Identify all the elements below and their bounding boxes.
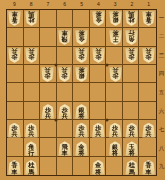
piece-kanji: 歩: [129, 55, 135, 61]
piece-kanji: 将: [79, 113, 85, 119]
file-label: 5: [73, 0, 90, 9]
piece-kanji: 兵: [95, 48, 101, 54]
file-label: 4: [90, 0, 107, 9]
board-square[interactable]: [7, 102, 24, 120]
board-square[interactable]: [40, 28, 57, 46]
star-point: [105, 119, 108, 122]
board-square[interactable]: [90, 102, 107, 120]
board-square[interactable]: [24, 83, 41, 101]
piece-kanji: 兵: [129, 131, 135, 137]
file-label: 9: [6, 0, 23, 9]
rank-label: 七: [158, 120, 165, 139]
board-square[interactable]: [57, 83, 74, 101]
piece-kanji: 馬: [28, 11, 34, 17]
board-square[interactable]: [57, 120, 74, 138]
board-square[interactable]: [40, 120, 57, 138]
board-square[interactable]: [139, 102, 156, 120]
piece-kanji: 兵: [62, 67, 68, 73]
piece-kanji: 兵: [28, 131, 34, 137]
file-label: 8: [23, 0, 40, 9]
piece-kanji: 角: [129, 36, 135, 42]
piece-kanji: 兵: [146, 48, 152, 54]
board-square[interactable]: [40, 157, 57, 175]
board-square[interactable]: [106, 83, 123, 101]
piece-kanji: 馬: [129, 169, 135, 175]
piece-kanji: 兵: [112, 67, 118, 73]
piece-kanji: 香: [146, 17, 152, 23]
piece-kanji: 香: [11, 17, 17, 23]
piece-kanji: 行: [129, 30, 135, 36]
piece-kanji: 飛: [62, 36, 68, 42]
rank-label: 四: [158, 65, 165, 84]
board-square[interactable]: [40, 47, 57, 65]
board-square[interactable]: [7, 138, 24, 156]
piece-kanji: 歩: [62, 73, 68, 79]
piece-kanji: 兵: [28, 48, 34, 54]
piece-kanji: 将: [79, 67, 85, 73]
piece-kanji: 車: [146, 169, 152, 175]
piece-kanji: 金: [95, 17, 101, 23]
file-label: 2: [123, 0, 140, 9]
piece-kanji: 桂: [28, 17, 34, 23]
piece-kanji: 馬: [129, 11, 135, 17]
piece-kanji: 兵: [45, 67, 51, 73]
board-square[interactable]: [7, 28, 24, 46]
piece-kanji: 銀: [112, 17, 118, 23]
piece-kanji: 兵: [11, 131, 17, 137]
piece-kanji: 将: [129, 150, 135, 156]
board-square[interactable]: [123, 83, 140, 101]
board-square[interactable]: [73, 10, 90, 28]
piece-kanji: 将: [112, 30, 118, 36]
piece-kanji: 歩: [11, 55, 17, 61]
board-square[interactable]: [57, 157, 74, 175]
board-square[interactable]: [57, 10, 74, 28]
piece-kanji: 行: [28, 150, 34, 156]
board-square[interactable]: [24, 102, 41, 120]
piece-kanji: 将: [79, 30, 85, 36]
piece-kanji: 将: [95, 169, 101, 175]
board-square[interactable]: [106, 102, 123, 120]
piece-kanji: 歩: [95, 55, 101, 61]
board-square[interactable]: [139, 65, 156, 83]
piece-kanji: 桂: [129, 17, 135, 23]
board-square[interactable]: [40, 138, 57, 156]
rank-label: 九: [158, 158, 165, 177]
piece-kanji: 車: [62, 30, 68, 36]
star-point: [105, 63, 108, 66]
board-square[interactable]: [7, 83, 24, 101]
piece-kanji: 兵: [11, 48, 17, 54]
file-labels: 987654321: [6, 0, 157, 9]
star-point: [55, 119, 58, 122]
piece-kanji: 兵: [112, 131, 118, 137]
piece-kanji: 車: [62, 150, 68, 156]
rank-label: 八: [158, 139, 165, 158]
board-square[interactable]: [40, 10, 57, 28]
piece-kanji: 歩: [112, 73, 118, 79]
piece-kanji: 歩: [146, 55, 152, 61]
piece-kanji: 銀: [79, 73, 85, 79]
rank-label: 六: [158, 102, 165, 121]
file-label: 1: [140, 0, 157, 9]
board-square[interactable]: [123, 102, 140, 120]
piece-kanji: 兵: [45, 113, 51, 119]
board-square[interactable]: [106, 47, 123, 65]
file-label: 3: [107, 0, 124, 9]
piece-kanji: 兵: [62, 113, 68, 119]
board-square[interactable]: [40, 83, 57, 101]
board-square[interactable]: [90, 28, 107, 46]
board-square[interactable]: [73, 157, 90, 175]
piece-kanji: 将: [112, 11, 118, 17]
board-square[interactable]: [90, 83, 107, 101]
board-square[interactable]: [90, 138, 107, 156]
rank-label: 三: [158, 46, 165, 65]
board-square[interactable]: [90, 65, 107, 83]
piece-kanji: 兵: [146, 131, 152, 137]
board-square[interactable]: [139, 138, 156, 156]
piece-kanji: 歩: [28, 55, 34, 61]
rank-label: 五: [158, 83, 165, 102]
board-square[interactable]: [7, 65, 24, 83]
piece-kanji: 兵: [79, 48, 85, 54]
board-square[interactable]: [139, 83, 156, 101]
rank-label: 一: [158, 9, 165, 28]
piece-kanji: 王: [112, 36, 118, 42]
board-square[interactable]: [139, 28, 156, 46]
board-square[interactable]: [106, 157, 123, 175]
board-square[interactable]: [73, 83, 90, 101]
piece-kanji: 兵: [79, 131, 85, 137]
board-square[interactable]: [57, 47, 74, 65]
star-point: [55, 63, 58, 66]
piece-kanji: 将: [112, 150, 118, 156]
piece-kanji: 馬: [28, 169, 34, 175]
board-square[interactable]: [24, 65, 41, 83]
piece-kanji: 将: [95, 11, 101, 17]
piece-kanji: 金: [79, 36, 85, 42]
piece-kanji: 車: [11, 11, 17, 17]
file-label: 6: [56, 0, 73, 9]
shogi-board-app: 987654321 一二三四五六七八九 香車桂馬金将銀将桂馬香車飛車金将王将角行…: [0, 0, 165, 180]
file-label: 7: [40, 0, 57, 9]
piece-kanji: 兵: [129, 48, 135, 54]
rank-labels: 一二三四五六七八九: [158, 9, 165, 176]
piece-kanji: 将: [79, 150, 85, 156]
piece-kanji: 車: [146, 11, 152, 17]
piece-kanji: 歩: [45, 73, 51, 79]
board-square[interactable]: [24, 28, 41, 46]
piece-kanji: 車: [11, 169, 17, 175]
rank-label: 二: [158, 28, 165, 47]
board-square[interactable]: [123, 65, 140, 83]
piece-kanji: 歩: [79, 55, 85, 61]
piece-kanji: 兵: [95, 131, 101, 137]
